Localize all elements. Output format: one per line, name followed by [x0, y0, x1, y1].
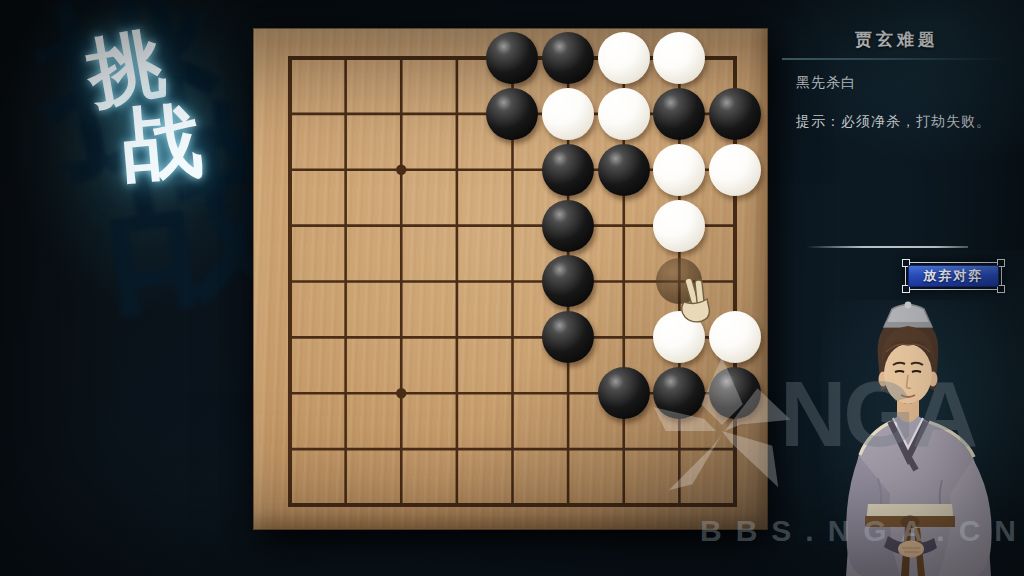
stone-black	[486, 88, 538, 140]
stone-black	[486, 32, 538, 84]
stone-black	[709, 367, 761, 419]
give-up-button[interactable]: 放弃对弈	[905, 262, 1002, 290]
nga-watermark-text: NGA	[780, 368, 975, 460]
character-portrait	[838, 296, 1024, 576]
puzzle-objective: 黑先杀白	[796, 74, 1012, 92]
calligraphy-char-bottom: 战	[117, 87, 206, 202]
stone-black	[653, 88, 705, 140]
puzzle-panel: 贾玄难题 黑先杀白 提示：必须净杀，打劫失败。	[782, 28, 1012, 131]
stone-black	[542, 144, 594, 196]
title-divider	[782, 58, 1012, 60]
game-screen: 挑 战 挑 战 贾玄难题 黑先杀白 提示：必须净杀，打劫失败。 放弃对弈	[0, 0, 1024, 576]
panel-divider	[806, 246, 968, 248]
give-up-button-face: 放弃对弈	[908, 265, 999, 287]
go-board[interactable]	[253, 28, 768, 530]
stone-white	[709, 144, 761, 196]
calligraphy-glow	[10, 0, 270, 310]
stone-white	[653, 144, 705, 196]
stone-white	[542, 88, 594, 140]
stone-white	[653, 311, 705, 363]
puzzle-hint: 提示：必须净杀，打劫失败。	[796, 113, 1012, 131]
stone-black	[598, 367, 650, 419]
hover-stone-preview[interactable]	[656, 258, 702, 304]
stone-white	[653, 200, 705, 252]
stone-white	[709, 311, 761, 363]
stone-black	[542, 311, 594, 363]
stone-grid	[262, 30, 763, 533]
stone-black	[598, 144, 650, 196]
stone-white	[598, 32, 650, 84]
stone-black	[653, 367, 705, 419]
stone-black	[542, 255, 594, 307]
stone-black	[709, 88, 761, 140]
stone-black	[542, 200, 594, 252]
give-up-button-label: 放弃对弈	[924, 267, 984, 285]
stone-white	[598, 88, 650, 140]
background-smoke	[900, 250, 1024, 550]
calligraphy-char-top: 挑	[80, 12, 173, 127]
portrait-backlight	[820, 300, 1024, 576]
challenge-calligraphy: 挑 战 挑 战	[10, 0, 270, 310]
calligraphy-shadow-char: 挑	[16, 0, 249, 222]
stone-white	[653, 32, 705, 84]
stone-black	[542, 32, 594, 84]
puzzle-title: 贾玄难题	[782, 28, 1012, 51]
